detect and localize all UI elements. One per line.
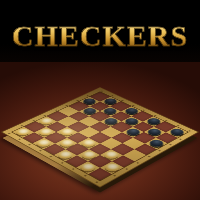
frame-screw	[143, 109, 146, 110]
frame-screw	[132, 104, 135, 105]
frame-screw	[154, 114, 157, 115]
frame-screw	[84, 174, 87, 176]
frame-screw	[39, 150, 42, 152]
game-title: CHECKERS	[0, 19, 200, 53]
frame-screw	[125, 168, 128, 170]
frame-screw	[111, 95, 114, 96]
frame-screw	[101, 90, 104, 91]
frame-screw	[8, 133, 11, 134]
frame-screw	[147, 156, 150, 158]
frame-screw	[165, 119, 168, 120]
frame-screw	[169, 144, 172, 145]
frame-screw	[72, 168, 75, 170]
frame-screw	[61, 162, 64, 164]
frame-screw	[28, 144, 31, 145]
frame-screw	[158, 150, 161, 152]
frame-screw	[113, 174, 116, 176]
frame-screw	[189, 130, 192, 131]
checkers-game-screen: CHECKERS	[0, 0, 200, 200]
frame-screw	[136, 162, 139, 164]
frame-screw	[96, 181, 99, 183]
frame-screw	[50, 156, 53, 158]
frame-screw	[121, 100, 124, 101]
frame-screw	[179, 138, 182, 139]
frame-screw	[18, 138, 21, 139]
frame-screw	[177, 125, 180, 126]
